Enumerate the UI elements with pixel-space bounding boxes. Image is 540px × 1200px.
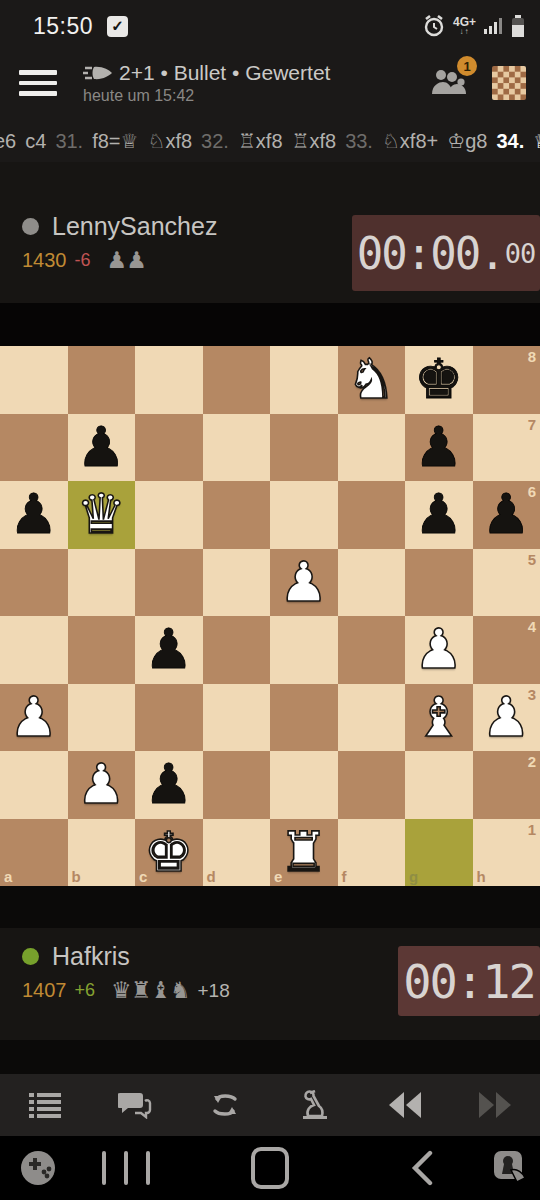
network-type-icon: 4G+ ↓↑ [453,16,476,36]
status-time: 15:50 [33,13,93,40]
square-d1[interactable]: d [203,819,271,887]
online-indicator [22,218,39,235]
gesture-icon[interactable] [486,1136,534,1200]
square-e1[interactable]: ♜e [270,819,338,887]
move-token[interactable]: ♘xf8 [147,129,192,153]
square-h3[interactable]: ♟3 [473,684,540,752]
square-g2[interactable] [405,751,473,819]
back-icon[interactable] [392,1136,452,1200]
square-a2[interactable] [0,751,68,819]
rewind-icon[interactable] [377,1081,433,1129]
black-pawn[interactable]: ♟ [144,757,193,812]
white-queen[interactable]: ♛ [77,487,126,542]
rating-diff: -6 [75,250,91,271]
square-f3[interactable] [338,684,406,752]
black-pawn[interactable]: ♟ [9,487,58,542]
square-b1[interactable]: b [68,819,136,887]
file-label: b [72,869,81,884]
square-g3[interactable]: ♝ [405,684,473,752]
white-pawn[interactable]: ♟ [9,690,58,745]
square-e4[interactable] [270,616,338,684]
app-header: 2+1 • Bullet • Gewertet heute um 15:42 1 [0,52,540,114]
square-d6[interactable] [203,481,271,549]
square-h1[interactable]: 1h [473,819,540,887]
square-a6[interactable]: ♟ [0,481,68,549]
rank-label: 2 [528,754,536,769]
black-pawn[interactable]: ♟ [482,487,531,542]
move-token[interactable]: ♔g8 [447,129,487,153]
file-label: g [409,869,418,884]
move-token[interactable]: ♖xf8 [292,129,337,153]
white-rook[interactable]: ♜ [279,825,328,880]
bottom-player-zone: Hafkris 1407 +6 ♛♜♝♞ +18 00:12 [0,928,540,1040]
black-pawn[interactable]: ♟ [77,420,126,475]
board-thumbnail-icon[interactable] [492,66,526,100]
square-c6[interactable] [135,481,203,549]
player-name[interactable]: Hafkris [52,942,130,971]
file-label: e [274,869,282,884]
square-g5[interactable] [405,549,473,617]
white-knight[interactable]: ♞ [347,352,396,407]
square-d7[interactable] [203,414,271,482]
move-token[interactable]: ♕xb6 [533,129,540,153]
square-a4[interactable] [0,616,68,684]
white-pawn[interactable]: ♟ [77,757,126,812]
square-h7[interactable]: 7 [473,414,540,482]
top-player-clock: 00:00.00 [352,215,540,291]
square-d8[interactable] [203,346,271,414]
move-number[interactable]: 33. [345,130,373,153]
rank-label: 1 [528,822,536,837]
square-f4[interactable] [338,616,406,684]
battery-icon [510,14,526,38]
white-king[interactable]: ♚ [144,825,193,880]
square-b3[interactable] [68,684,136,752]
square-c1[interactable]: ♚c [135,819,203,887]
bullet-icon [83,62,113,84]
black-king[interactable]: ♚ [414,352,463,407]
square-e6[interactable] [270,481,338,549]
square-e7[interactable] [270,414,338,482]
square-c7[interactable] [135,414,203,482]
rank-label: 6 [528,484,536,499]
square-a7[interactable] [0,414,68,482]
square-h4[interactable]: 4 [473,616,540,684]
flip-board-icon[interactable] [197,1081,253,1129]
square-b2[interactable]: ♟ [68,751,136,819]
rank-label: 8 [528,349,536,364]
square-d3[interactable] [203,684,271,752]
square-c2[interactable]: ♟ [135,751,203,819]
square-a3[interactable]: ♟ [0,684,68,752]
square-f6[interactable] [338,481,406,549]
square-e3[interactable] [270,684,338,752]
move-number[interactable]: 31. [55,130,83,153]
spectators-button[interactable]: 1 [430,66,468,100]
rating-diff: +6 [75,980,96,1001]
white-pawn[interactable]: ♟ [482,690,531,745]
home-icon[interactable] [240,1136,300,1200]
move-number[interactable]: 32. [201,130,229,153]
square-h6[interactable]: ♟6 [473,481,540,549]
rank-label: 5 [528,552,536,567]
file-label: a [4,869,12,884]
forward-icon[interactable] [467,1081,523,1129]
bottom-player-clock: 00:12 [398,946,540,1016]
file-label: f [342,869,347,884]
move-token[interactable]: 34. [496,130,524,153]
phone-screen: 15:50 ✓ 4G+ ↓↑ [0,0,540,1200]
square-g7[interactable]: ♟ [405,414,473,482]
black-pawn[interactable]: ♟ [414,420,463,475]
square-f2[interactable] [338,751,406,819]
move-token[interactable]: c4 [25,130,46,153]
square-f7[interactable] [338,414,406,482]
move-list[interactable]: e6c431.f8=♕♘xf832.♖xf8♖xf833.♘xf8+♔g834.… [0,122,540,160]
file-label: h [477,869,486,884]
signal-icon [483,16,503,36]
move-token[interactable]: f8=♕ [92,129,138,153]
square-h2[interactable]: 2 [473,751,540,819]
square-b7[interactable]: ♟ [68,414,136,482]
game-toolbar [0,1074,540,1136]
top-region: 15:50 ✓ 4G+ ↓↑ [0,0,540,162]
online-indicator [22,948,39,965]
checkbox-icon: ✓ [107,16,128,37]
square-f1[interactable]: f [338,819,406,887]
square-c8[interactable] [135,346,203,414]
android-navbar [0,1136,540,1200]
analysis-icon[interactable] [287,1081,343,1129]
chess-board[interactable]: ♞♚8♟♟7♟♛♟♟6♟5♟♟4♟♝♟3♟♟2ab♚cd♜efg1h [0,346,540,886]
move-list-icon[interactable] [17,1081,73,1129]
player-name[interactable]: LennySanchez [52,212,217,241]
square-f5[interactable] [338,549,406,617]
alarm-icon [422,14,446,38]
black-pawn[interactable]: ♟ [144,622,193,677]
player-rating: 1430 [22,249,67,272]
game-launcher-icon[interactable] [14,1136,62,1200]
spectators-badge: 1 [457,56,477,76]
square-d2[interactable] [203,751,271,819]
chat-icon[interactable] [107,1081,163,1129]
file-label: c [139,869,147,884]
square-a5[interactable] [0,549,68,617]
square-g1[interactable]: g [405,819,473,887]
move-token[interactable]: e6 [0,130,16,153]
square-e2[interactable] [270,751,338,819]
square-c4[interactable]: ♟ [135,616,203,684]
black-pawn[interactable]: ♟ [414,487,463,542]
game-title: 2+1 • Bullet • Gewertet [119,61,330,85]
square-c3[interactable] [135,684,203,752]
status-bar: 15:50 ✓ 4G+ ↓↑ [0,0,540,52]
square-c5[interactable] [135,549,203,617]
game-title-block: 2+1 • Bullet • Gewertet heute um 15:42 [83,61,330,105]
square-b4[interactable] [68,616,136,684]
move-token[interactable]: ♖xf8 [238,129,283,153]
square-f8[interactable]: ♞ [338,346,406,414]
square-e5[interactable]: ♟ [270,549,338,617]
square-d5[interactable] [203,549,271,617]
square-a1[interactable]: a [0,819,68,887]
move-token[interactable]: ♘xf8+ [382,129,438,153]
rank-label: 4 [528,619,536,634]
square-g6[interactable]: ♟ [405,481,473,549]
top-player-zone: LennySanchez 1430 -6 ♟♟ 00:00.00 [0,162,540,303]
square-b6[interactable]: ♛ [68,481,136,549]
board-gap [0,886,540,928]
square-d4[interactable] [203,616,271,684]
white-pawn[interactable]: ♟ [279,555,328,610]
player-rating: 1407 [22,979,67,1002]
white-pawn[interactable]: ♟ [414,622,463,677]
captured-pieces: ♟♟ [107,247,146,274]
captured-pieces: ♛♜♝♞ [111,977,189,1004]
material-score: +18 [198,980,230,1002]
white-bishop[interactable]: ♝ [414,690,463,745]
game-subtitle: heute um 15:42 [83,87,330,105]
square-g4[interactable]: ♟ [405,616,473,684]
file-label: d [207,869,216,884]
square-g8[interactable]: ♚ [405,346,473,414]
square-a8[interactable] [0,346,68,414]
menu-icon[interactable] [19,70,57,96]
status-icons: 4G+ ↓↑ [422,14,526,38]
square-h5[interactable]: 5 [473,549,540,617]
board-gap [0,303,540,346]
square-b8[interactable] [68,346,136,414]
recents-icon[interactable] [96,1136,156,1200]
rank-label: 7 [528,417,536,432]
square-b5[interactable] [68,549,136,617]
rank-label: 3 [528,687,536,702]
square-e8[interactable] [270,346,338,414]
square-h8[interactable]: 8 [473,346,540,414]
